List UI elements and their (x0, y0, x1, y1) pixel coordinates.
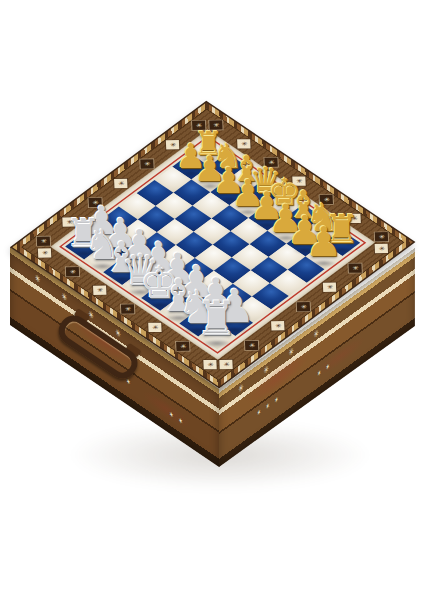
frame-star-motif: ✳ (65, 267, 78, 276)
frame-star-motif: ✳ (37, 236, 50, 245)
frame-star-motif: ✳ (320, 195, 333, 204)
star-icon: ✳ (95, 287, 105, 294)
frame-star-motif: ✳ (140, 159, 153, 168)
frame-star-motif: ✳ (264, 158, 277, 167)
star-icon: ✳ (122, 305, 132, 312)
star-icon: ✳ (299, 303, 309, 310)
star-icon: ✳ (211, 121, 221, 128)
drawer-star-inlay: ✶ ✶ (169, 409, 184, 428)
star-icon: ✳ (324, 284, 334, 291)
star-icon: ✳ (294, 177, 304, 184)
frame-star-motif: ✳ (347, 213, 360, 222)
star-icon: ✳ (40, 249, 50, 256)
frame-star-motif: ✳ (203, 360, 216, 369)
star-icon: ✳ (168, 141, 178, 148)
star-icon: ✳ (266, 159, 276, 166)
frame-star-motif: ✳ (209, 120, 222, 129)
star-icon: ✳ (116, 180, 126, 187)
star-icon: ✳ (350, 264, 360, 271)
star-icon: ✳ (150, 324, 160, 331)
frame-star-motif: ✳ (88, 198, 101, 207)
frame-star-motif: ✳ (375, 232, 388, 241)
star-icon: ✳ (90, 199, 100, 206)
frame-star-motif: ✳ (292, 176, 305, 185)
star-icon: ✳ (238, 140, 248, 147)
star-icon: ✳ (376, 245, 386, 252)
frame-star-motif: ✳ (121, 304, 134, 313)
frame-star-motif: ✳ (148, 323, 161, 332)
star-icon: ✳ (67, 268, 77, 275)
drawer-star-inlay: ✶ ✶ ✶ (257, 393, 280, 419)
frame-star-motif: ✳ (166, 140, 179, 149)
star-icon: ✳ (194, 122, 204, 129)
frame-star-motif: ✳ (271, 321, 284, 330)
frame-star-motif: ✳ (93, 285, 106, 294)
chess-set-photo: ✳ ✳ ✳ ✳ ✶ ✶ ✶ ✶ ✶ ✳ ✳ ✳ ✳ ✶ ✶ ✶ ✶ ✶ ✳✳✳✳… (0, 0, 424, 600)
star-icon: ✳ (349, 215, 359, 222)
frame-star-motif: ✳ (219, 360, 232, 369)
star-icon: ✳ (177, 342, 187, 349)
star-icon: ✳ (321, 196, 331, 203)
frame-star-motif: ✳ (176, 341, 189, 350)
star-icon: ✳ (142, 160, 152, 167)
frame-star-motif: ✳ (245, 340, 258, 349)
frame-star-motif: ✳ (114, 179, 127, 188)
frame-star-motif: ✳ (237, 139, 250, 148)
frame-star-motif: ✳ (63, 217, 76, 226)
star-icon: ✳ (376, 233, 386, 240)
drawer-star-inlay: ✶ ✶ (317, 360, 331, 379)
frame-star-motif: ✳ (323, 282, 336, 291)
star-icon: ✳ (247, 342, 257, 349)
star-icon: ✳ (38, 238, 48, 245)
star-icon: ✳ (273, 322, 283, 329)
frame-star-motif: ✳ (192, 121, 205, 130)
frame-star-motif: ✳ (349, 263, 362, 272)
star-icon: ✳ (221, 361, 231, 368)
star-icon: ✳ (64, 218, 74, 225)
frame-star-motif: ✳ (38, 248, 51, 257)
frame-star-motif: ✳ (375, 244, 388, 253)
star-icon: ✳ (205, 361, 215, 368)
frame-star-motif: ✳ (297, 302, 310, 311)
